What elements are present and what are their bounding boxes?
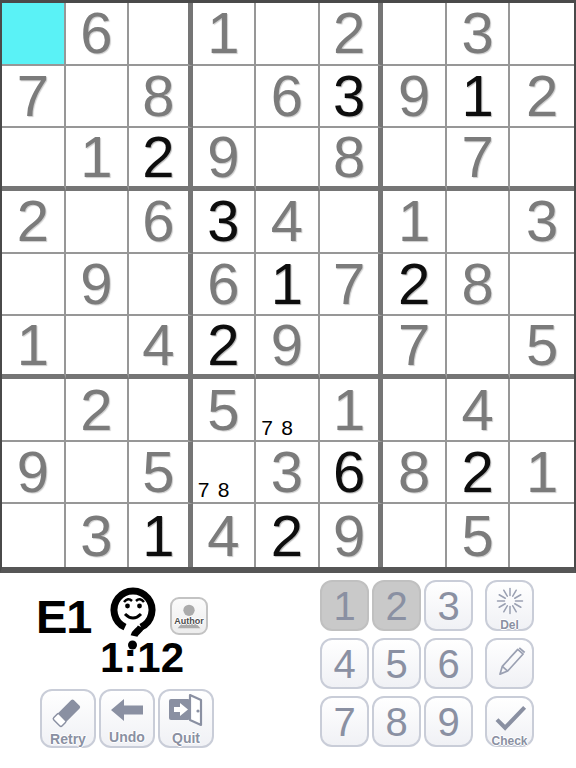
cell-digit: 4 — [142, 316, 174, 374]
cell-r8c1[interactable]: 9 — [2, 442, 66, 505]
cell-digit: 1 — [398, 192, 430, 250]
cell-digit: 2 — [462, 443, 494, 501]
cell-r4c7[interactable]: 1 — [383, 191, 447, 254]
cell-r4c8[interactable] — [447, 191, 511, 254]
cell-digit: 3 — [333, 67, 365, 125]
cell-digit: 6 — [142, 192, 174, 250]
cell-digit: 2 — [80, 381, 112, 439]
cell-digit: 9 — [333, 507, 365, 565]
cell-digit: 9 — [207, 128, 239, 186]
cell-r5c2[interactable]: 9 — [66, 254, 130, 317]
cell-r6c4[interactable]: 2 — [193, 316, 257, 379]
cell-r2c9[interactable]: 2 — [510, 66, 574, 129]
pencil-mark: 7 — [261, 417, 273, 438]
cell-r4c3[interactable]: 6 — [129, 191, 193, 254]
cell-r1c9[interactable] — [510, 3, 574, 66]
cell-digit: 5 — [462, 507, 494, 565]
cell-digit: 3 — [271, 443, 303, 501]
numpad-4[interactable]: 4 — [320, 638, 369, 689]
numpad-9[interactable]: 9 — [424, 696, 473, 747]
cell-r9c8[interactable]: 5 — [447, 504, 511, 567]
undo-arrow-icon — [107, 693, 147, 733]
retry-button[interactable]: Retry — [40, 689, 96, 748]
cell-r4c1[interactable]: 2 — [2, 191, 66, 254]
timer: 1:12 — [100, 634, 184, 682]
cell-r3c8[interactable]: 7 — [447, 128, 511, 191]
delete-button-label: Del — [500, 619, 519, 631]
cell-r5c4[interactable]: 6 — [193, 254, 257, 317]
cell-r1c3[interactable] — [129, 3, 193, 66]
cell-digit: 4 — [271, 192, 303, 250]
check-button[interactable]: Check — [485, 696, 534, 747]
cell-r6c3[interactable]: 4 — [129, 316, 193, 379]
cell-r3c9[interactable] — [510, 128, 574, 191]
check-button-label: Check — [491, 735, 527, 747]
cell-r1c1[interactable] — [2, 3, 66, 66]
cell-digit: 9 — [17, 443, 49, 501]
cell-r8c7[interactable]: 8 — [383, 442, 447, 505]
cell-digit: 9 — [80, 255, 112, 313]
exit-door-icon — [166, 692, 206, 734]
cell-r6c1[interactable]: 1 — [2, 316, 66, 379]
numpad-3[interactable]: 3 — [424, 580, 473, 631]
cell-r3c4[interactable]: 9 — [193, 128, 257, 191]
cell-r3c6[interactable]: 8 — [320, 128, 384, 191]
cell-digit: 6 — [333, 443, 365, 501]
cell-digit: 7 — [462, 128, 494, 186]
cell-r8c4[interactable]: 78 — [193, 442, 257, 505]
cell-r2c2[interactable] — [66, 66, 130, 129]
numpad-7[interactable]: 7 — [320, 696, 369, 747]
cell-digit: 4 — [207, 507, 239, 565]
cell-digit: 1 — [142, 507, 174, 565]
cell-r6c8[interactable] — [447, 316, 511, 379]
cell-r7c3[interactable] — [129, 379, 193, 442]
cell-digit: 7 — [333, 255, 365, 313]
cell-r1c8[interactable]: 3 — [447, 3, 511, 66]
cell-r5c8[interactable]: 8 — [447, 254, 511, 317]
cell-r2c6[interactable]: 3 — [320, 66, 384, 129]
cell-r7c4[interactable]: 5 — [193, 379, 257, 442]
cell-r7c6[interactable]: 1 — [320, 379, 384, 442]
retry-button-label: Retry — [50, 732, 86, 746]
cell-digit: 2 — [526, 67, 558, 125]
quit-button-label: Quit — [172, 731, 200, 745]
numpad-1[interactable]: 1 — [320, 580, 369, 631]
cell-r2c4[interactable] — [193, 66, 257, 129]
cell-r3c1[interactable] — [2, 128, 66, 191]
cell-r4c4[interactable]: 3 — [193, 191, 257, 254]
quit-button[interactable]: Quit — [158, 689, 214, 748]
cell-r3c2[interactable]: 1 — [66, 128, 130, 191]
cell-r9c3[interactable]: 1 — [129, 504, 193, 567]
cell-digit: 2 — [17, 192, 49, 250]
pencil-mark: 7 — [198, 479, 210, 500]
cell-r2c7[interactable]: 9 — [383, 66, 447, 129]
cell-r8c8[interactable]: 2 — [447, 442, 511, 505]
cell-r2c8[interactable]: 1 — [447, 66, 511, 129]
eraser-icon — [46, 691, 90, 735]
cell-r9c4[interactable]: 4 — [193, 504, 257, 567]
cell-digit: 8 — [142, 67, 174, 125]
cell-digit: 1 — [80, 128, 112, 186]
cell-r8c5[interactable]: 3 — [256, 442, 320, 505]
cell-r6c5[interactable]: 9 — [256, 316, 320, 379]
cell-r6c9[interactable]: 5 — [510, 316, 574, 379]
cell-r2c3[interactable]: 8 — [129, 66, 193, 129]
cell-digit: 6 — [80, 4, 112, 62]
cell-digit: 7 — [398, 316, 430, 374]
pencil-mark: 8 — [281, 417, 293, 438]
author-button-label: Author — [172, 616, 206, 626]
cell-digit: 6 — [207, 255, 239, 313]
cell-r8c9[interactable]: 1 — [510, 442, 574, 505]
cell-digit: 9 — [398, 67, 430, 125]
numpad-8[interactable]: 8 — [372, 696, 421, 747]
cell-r3c5[interactable] — [256, 128, 320, 191]
cell-r6c6[interactable] — [320, 316, 384, 379]
cell-digit: 3 — [526, 192, 558, 250]
cell-digit: 3 — [462, 4, 494, 62]
cell-r5c3[interactable] — [129, 254, 193, 317]
cell-r4c2[interactable] — [66, 191, 130, 254]
cell-r4c9[interactable]: 3 — [510, 191, 574, 254]
cell-r1c6[interactable]: 2 — [320, 3, 384, 66]
cell-r5c9[interactable] — [510, 254, 574, 317]
cell-digit: 5 — [207, 381, 239, 439]
cell-digit: 7 — [17, 67, 49, 125]
cell-r1c4[interactable]: 1 — [193, 3, 257, 66]
cell-r2c5[interactable]: 6 — [256, 66, 320, 129]
cell-r8c2[interactable] — [66, 442, 130, 505]
cell-r3c7[interactable] — [383, 128, 447, 191]
cell-digit: 2 — [142, 128, 174, 186]
sudoku-board: 6123786391212987263413961728142975257814… — [0, 0, 576, 573]
level-label: E1 — [36, 589, 92, 644]
cell-r1c2[interactable]: 6 — [66, 3, 130, 66]
cell-digit: 1 — [207, 4, 239, 62]
cell-digit: 1 — [333, 381, 365, 439]
cell-r9c5[interactable]: 2 — [256, 504, 320, 567]
cell-digit: 1 — [17, 316, 49, 374]
cell-r7c2[interactable]: 2 — [66, 379, 130, 442]
cell-digit: 2 — [271, 507, 303, 565]
cell-digit: 5 — [142, 443, 174, 501]
author-button[interactable]: Author — [170, 597, 208, 635]
check-icon — [492, 697, 528, 737]
cell-r7c5[interactable]: 78 — [256, 379, 320, 442]
cell-r8c6[interactable]: 6 — [320, 442, 384, 505]
cell-r5c7[interactable]: 2 — [383, 254, 447, 317]
cell-r9c6[interactable]: 9 — [320, 504, 384, 567]
cell-digit: 3 — [207, 192, 239, 250]
cell-r7c1[interactable] — [2, 379, 66, 442]
cell-r5c6[interactable]: 7 — [320, 254, 384, 317]
cell-r7c7[interactable] — [383, 379, 447, 442]
pencil-mark: 8 — [218, 479, 230, 500]
cell-r2c1[interactable]: 7 — [2, 66, 66, 129]
cell-digit: 1 — [462, 67, 494, 125]
cell-digit: 1 — [526, 443, 558, 501]
number-pad: 1 2 3 Del — [320, 580, 525, 747]
numpad-5[interactable]: 5 — [372, 638, 421, 689]
cell-digit: 5 — [526, 316, 558, 374]
pencil-mode-button[interactable] — [485, 638, 534, 689]
cell-digit: 8 — [333, 128, 365, 186]
cell-r9c2[interactable]: 3 — [66, 504, 130, 567]
cell-r5c1[interactable] — [2, 254, 66, 317]
cell-r7c9[interactable] — [510, 379, 574, 442]
numpad-6[interactable]: 6 — [424, 638, 473, 689]
undo-button[interactable]: Undo — [99, 689, 155, 748]
undo-button-label: Undo — [109, 730, 145, 744]
cell-r8c3[interactable]: 5 — [129, 442, 193, 505]
pencil-icon — [493, 643, 527, 685]
delete-button[interactable]: Del — [485, 580, 534, 631]
cell-digit: 6 — [271, 67, 303, 125]
cell-r6c2[interactable] — [66, 316, 130, 379]
cell-r9c9[interactable] — [510, 504, 574, 567]
cell-digit: 2 — [398, 255, 430, 313]
left-controls: Retry Undo Quit — [40, 689, 214, 748]
cell-digit: 8 — [398, 443, 430, 501]
cell-r3c3[interactable]: 2 — [129, 128, 193, 191]
numpad-2[interactable]: 2 — [372, 580, 421, 631]
cell-r5c5[interactable]: 1 — [256, 254, 320, 317]
cell-r1c7[interactable] — [383, 3, 447, 66]
cell-r7c8[interactable]: 4 — [447, 379, 511, 442]
cell-digit: 3 — [80, 507, 112, 565]
cell-digit: 4 — [462, 381, 494, 439]
cell-digit: 9 — [271, 316, 303, 374]
cell-r4c5[interactable]: 4 — [256, 191, 320, 254]
cell-digit: 2 — [207, 316, 239, 374]
cell-digit: 8 — [462, 255, 494, 313]
cell-r9c7[interactable] — [383, 504, 447, 567]
cell-r4c6[interactable] — [320, 191, 384, 254]
cell-digit: 1 — [271, 255, 303, 313]
del-starburst-icon — [495, 581, 525, 621]
cell-r6c7[interactable]: 7 — [383, 316, 447, 379]
cell-r1c5[interactable] — [256, 3, 320, 66]
cell-r9c1[interactable] — [2, 504, 66, 567]
cell-digit: 2 — [333, 4, 365, 62]
